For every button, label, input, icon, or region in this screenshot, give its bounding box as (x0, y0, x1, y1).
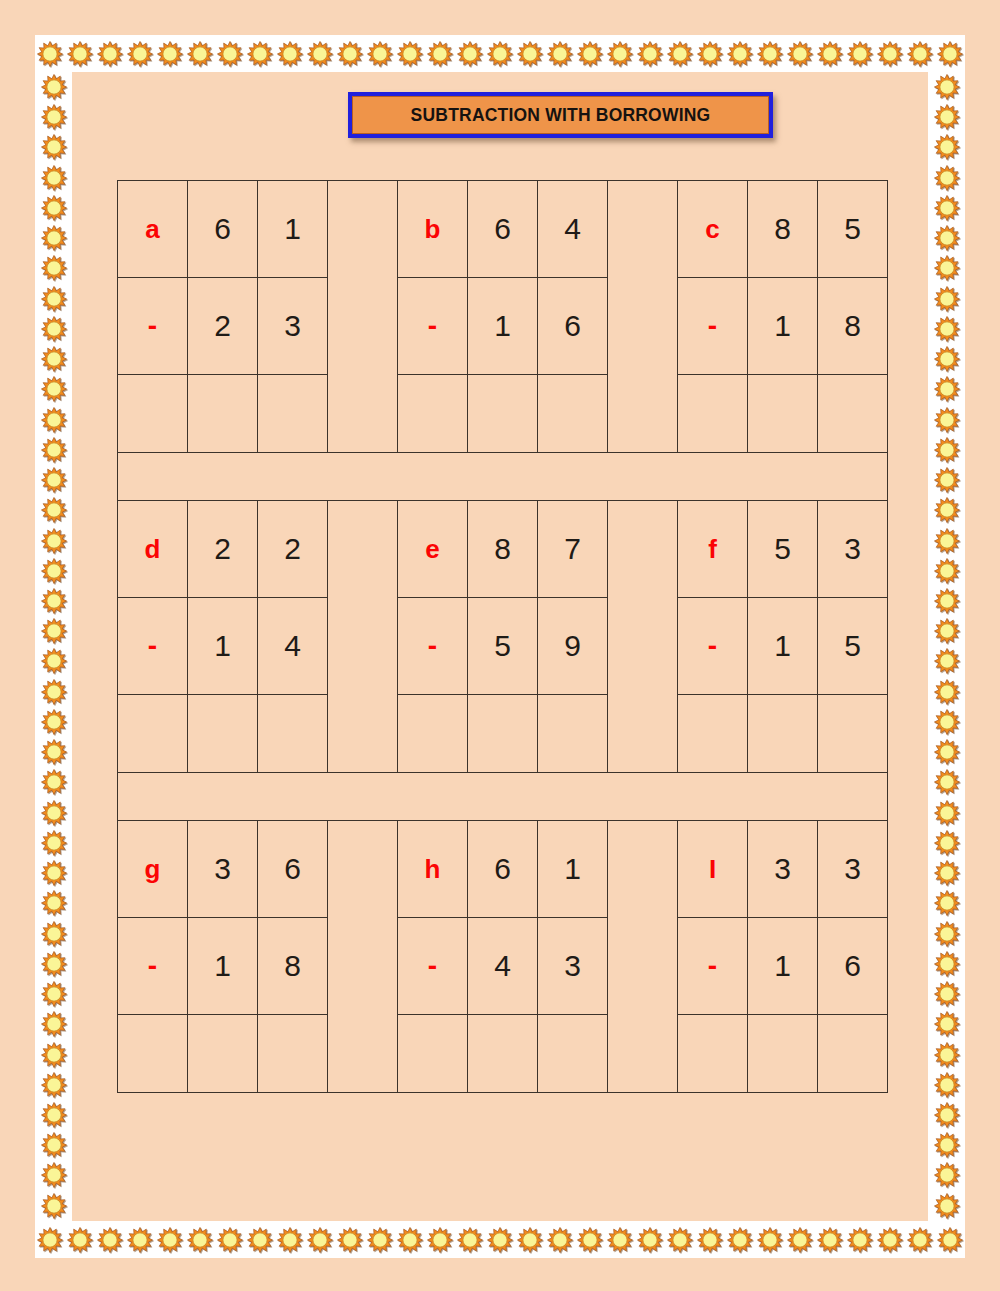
minuend-ones: 7 (538, 501, 608, 598)
minuend-tens: 6 (468, 821, 538, 918)
sun-icon (934, 225, 960, 251)
sun-icon (217, 1227, 243, 1253)
sun-icon (427, 1227, 453, 1253)
answer-ones-cell[interactable] (258, 375, 328, 453)
subtrahend-tens: 1 (468, 278, 538, 375)
minuend-tens: 8 (468, 501, 538, 598)
answer-ones-cell[interactable] (538, 1015, 608, 1093)
sun-icon (934, 1162, 960, 1188)
sun-icon (934, 195, 960, 221)
sun-icon (41, 588, 67, 614)
sun-icon (41, 1102, 67, 1128)
answer-label-cell (118, 375, 188, 453)
sun-icon (934, 437, 960, 463)
sun-icon (934, 679, 960, 705)
sun-icon (41, 528, 67, 554)
sun-icon (697, 41, 723, 67)
minuend-tens: 6 (188, 181, 258, 278)
sun-icon (847, 1227, 873, 1253)
sun-icon (397, 41, 423, 67)
sun-icon (934, 134, 960, 160)
sun-icon (457, 1227, 483, 1253)
subtrahend-tens: 1 (748, 278, 818, 375)
sun-icon (934, 497, 960, 523)
sun-icon (877, 1227, 903, 1253)
separator-row (118, 453, 888, 501)
answer-label-cell (678, 375, 748, 453)
answer-label-cell (118, 1015, 188, 1093)
sun-icon (934, 286, 960, 312)
sun-icon (787, 1227, 813, 1253)
sun-icon (934, 981, 960, 1007)
sun-icon (41, 1072, 67, 1098)
sun-border-bottom (35, 1221, 965, 1258)
problem-label: I (678, 821, 748, 918)
sun-icon (41, 679, 67, 705)
minuend-ones: 1 (258, 181, 328, 278)
answer-label-cell (678, 1015, 748, 1093)
subtrahend-tens: 2 (188, 278, 258, 375)
sun-icon (41, 1011, 67, 1037)
minus-sign: - (118, 918, 188, 1015)
sun-icon (934, 1102, 960, 1128)
subtrahend-tens: 1 (748, 598, 818, 695)
sun-icon (547, 1227, 573, 1253)
sun-icon (277, 1227, 303, 1253)
sun-icon (907, 1227, 933, 1253)
answer-ones-cell[interactable] (818, 695, 888, 773)
sun-icon (337, 41, 363, 67)
sun-icon (934, 528, 960, 554)
sun-icon (97, 41, 123, 67)
sun-icon (937, 41, 963, 67)
minuend-ones: 6 (258, 821, 328, 918)
sun-icon (934, 165, 960, 191)
sun-icon (637, 1227, 663, 1253)
answer-tens-cell[interactable] (468, 695, 538, 773)
sun-icon (337, 1227, 363, 1253)
sun-icon (41, 1042, 67, 1068)
sun-icon (934, 830, 960, 856)
answer-label-cell (118, 695, 188, 773)
sun-icon (217, 41, 243, 67)
answer-label-cell (398, 375, 468, 453)
spacer-cell (608, 821, 678, 1093)
sun-icon (41, 1162, 67, 1188)
sun-icon (934, 769, 960, 795)
subtrahend-ones: 6 (538, 278, 608, 375)
subtrahend-ones: 5 (818, 598, 888, 695)
sun-icon (247, 41, 273, 67)
answer-tens-cell[interactable] (468, 375, 538, 453)
sun-icon (934, 376, 960, 402)
sun-icon (577, 41, 603, 67)
problem-label: a (118, 181, 188, 278)
sun-icon (41, 104, 67, 130)
sun-icon (427, 41, 453, 67)
sun-icon (367, 1227, 393, 1253)
answer-tens-cell[interactable] (188, 1015, 258, 1093)
subtrahend-ones: 8 (818, 278, 888, 375)
minus-sign: - (118, 598, 188, 695)
subtrahend-ones: 9 (538, 598, 608, 695)
sun-icon (41, 648, 67, 674)
sun-icon (517, 41, 543, 67)
sun-icon (934, 709, 960, 735)
sun-icon (41, 709, 67, 735)
sun-icon (97, 1227, 123, 1253)
minus-sign: - (678, 918, 748, 1015)
sun-icon (934, 800, 960, 826)
answer-ones-cell[interactable] (258, 695, 328, 773)
problem-label: h (398, 821, 468, 918)
sun-icon (934, 951, 960, 977)
sun-icon (41, 437, 67, 463)
sun-icon (127, 1227, 153, 1253)
subtrahend-tens: 1 (188, 598, 258, 695)
subtrahend-ones: 4 (258, 598, 328, 695)
problem-label: f (678, 501, 748, 598)
problem-label: e (398, 501, 468, 598)
minuend-tens: 6 (468, 181, 538, 278)
answer-tens-cell[interactable] (188, 375, 258, 453)
sun-icon (547, 41, 573, 67)
sun-icon (41, 255, 67, 281)
minuend-tens: 5 (748, 501, 818, 598)
subtrahend-tens: 1 (188, 918, 258, 1015)
sun-icon (67, 1227, 93, 1253)
sun-border-top (35, 35, 965, 72)
problem-label: b (398, 181, 468, 278)
sun-icon (934, 558, 960, 584)
sun-icon (877, 41, 903, 67)
problem-label: c (678, 181, 748, 278)
sun-icon (41, 134, 67, 160)
sun-icon (247, 1227, 273, 1253)
minus-sign: - (398, 598, 468, 695)
sun-icon (37, 41, 63, 67)
minuend-ones: 3 (818, 501, 888, 598)
sun-icon (934, 407, 960, 433)
spacer-cell (608, 501, 678, 773)
minuend-ones: 4 (538, 181, 608, 278)
sun-border-left (35, 72, 72, 1221)
sun-icon (934, 1042, 960, 1068)
subtrahend-ones: 8 (258, 918, 328, 1015)
sun-icon (934, 1132, 960, 1158)
sun-icon (727, 1227, 753, 1253)
sun-icon (41, 921, 67, 947)
answer-tens-cell[interactable] (748, 1015, 818, 1093)
subtrahend-tens: 5 (468, 598, 538, 695)
minuend-tens: 8 (748, 181, 818, 278)
answer-tens-cell[interactable] (748, 375, 818, 453)
answer-tens-cell[interactable] (188, 695, 258, 773)
spacer-cell (608, 181, 678, 453)
sun-icon (41, 981, 67, 1007)
minuend-ones: 1 (538, 821, 608, 918)
sun-icon (607, 41, 633, 67)
sun-icon (934, 74, 960, 100)
sun-icon (41, 890, 67, 916)
sun-icon (934, 890, 960, 916)
minus-sign: - (118, 278, 188, 375)
subtrahend-ones: 3 (538, 918, 608, 1015)
sun-icon (847, 41, 873, 67)
sun-icon (934, 316, 960, 342)
sun-icon (667, 41, 693, 67)
sun-icon (41, 346, 67, 372)
sun-icon (127, 41, 153, 67)
minuend-tens: 3 (188, 821, 258, 918)
sun-icon (457, 41, 483, 67)
sun-icon (817, 41, 843, 67)
minus-sign: - (398, 918, 468, 1015)
sun-icon (637, 41, 663, 67)
sun-icon (934, 618, 960, 644)
title-banner: SUBTRACTION WITH BORROWING (348, 92, 773, 138)
sun-icon (397, 1227, 423, 1253)
sun-icon (667, 1227, 693, 1253)
spacer-cell (328, 821, 398, 1093)
sun-icon (37, 1227, 63, 1253)
minuend-ones: 5 (818, 181, 888, 278)
sun-icon (697, 1227, 723, 1253)
answer-label-cell (398, 1015, 468, 1093)
sun-icon (41, 800, 67, 826)
sun-icon (934, 467, 960, 493)
sun-icon (787, 41, 813, 67)
sun-icon (67, 41, 93, 67)
answer-ones-cell[interactable] (538, 695, 608, 773)
sun-icon (41, 618, 67, 644)
answer-tens-cell[interactable] (468, 1015, 538, 1093)
sun-icon (934, 739, 960, 765)
sun-icon (517, 1227, 543, 1253)
minuend-tens: 3 (748, 821, 818, 918)
sun-icon (157, 41, 183, 67)
sun-icon (41, 497, 67, 523)
spacer-cell (328, 501, 398, 773)
sun-icon (934, 255, 960, 281)
subtrahend-tens: 1 (748, 918, 818, 1015)
sun-icon (41, 225, 67, 251)
sun-icon (757, 41, 783, 67)
minuend-ones: 2 (258, 501, 328, 598)
sun-icon (934, 104, 960, 130)
separator-row (118, 773, 888, 821)
sun-icon (41, 165, 67, 191)
sun-icon (934, 1011, 960, 1037)
answer-ones-cell[interactable] (818, 1015, 888, 1093)
sun-icon (757, 1227, 783, 1253)
sun-icon (41, 316, 67, 342)
sun-icon (41, 376, 67, 402)
sun-icon (187, 1227, 213, 1253)
minuend-ones: 3 (818, 821, 888, 918)
answer-ones-cell[interactable] (818, 375, 888, 453)
subtrahend-tens: 4 (468, 918, 538, 1015)
sun-icon (41, 286, 67, 312)
minus-sign: - (398, 278, 468, 375)
sun-icon (367, 41, 393, 67)
sun-icon (307, 1227, 333, 1253)
sun-icon (817, 1227, 843, 1253)
sun-icon (41, 769, 67, 795)
answer-tens-cell[interactable] (748, 695, 818, 773)
sun-icon (41, 739, 67, 765)
sun-icon (934, 588, 960, 614)
page-title: SUBTRACTION WITH BORROWING (411, 105, 711, 126)
sun-icon (157, 1227, 183, 1253)
sun-icon (41, 860, 67, 886)
sun-icon (727, 41, 753, 67)
sun-icon (41, 407, 67, 433)
sun-icon (487, 1227, 513, 1253)
subtrahend-ones: 6 (818, 918, 888, 1015)
sun-icon (187, 41, 213, 67)
sun-icon (934, 1193, 960, 1219)
sun-icon (907, 41, 933, 67)
problem-band-3: g 3 6 h 6 1 I 3 3 - 1 8 - 4 3 - 1 6 (118, 821, 888, 1093)
subtrahend-ones: 3 (258, 278, 328, 375)
sun-icon (41, 951, 67, 977)
sun-border-right (928, 72, 965, 1221)
sun-icon (41, 830, 67, 856)
sun-icon (41, 467, 67, 493)
sun-icon (934, 648, 960, 674)
problem-label: g (118, 821, 188, 918)
spacer-cell (328, 181, 398, 453)
sun-icon (307, 41, 333, 67)
problems-table: a 6 1 b 6 4 c 8 5 - 2 3 - 1 6 - 1 8 d 2 … (117, 180, 888, 1093)
problem-band-2: d 2 2 e 8 7 f 5 3 - 1 4 - 5 9 - 1 5 (118, 501, 888, 773)
sun-icon (577, 1227, 603, 1253)
minus-sign: - (678, 598, 748, 695)
sun-icon (41, 1132, 67, 1158)
problem-label: d (118, 501, 188, 598)
sun-icon (937, 1227, 963, 1253)
sun-icon (41, 558, 67, 584)
sun-icon (934, 346, 960, 372)
answer-label-cell (678, 695, 748, 773)
answer-label-cell (398, 695, 468, 773)
minus-sign: - (678, 278, 748, 375)
sun-icon (607, 1227, 633, 1253)
sun-icon (934, 1072, 960, 1098)
answer-ones-cell[interactable] (258, 1015, 328, 1093)
sun-icon (41, 1193, 67, 1219)
sun-icon (487, 41, 513, 67)
minuend-tens: 2 (188, 501, 258, 598)
sun-icon (934, 921, 960, 947)
answer-ones-cell[interactable] (538, 375, 608, 453)
sun-icon (277, 41, 303, 67)
sun-icon (41, 74, 67, 100)
sun-icon (934, 860, 960, 886)
sun-icon (41, 195, 67, 221)
problem-band-1: a 6 1 b 6 4 c 8 5 - 2 3 - 1 6 - 1 8 (118, 181, 888, 453)
